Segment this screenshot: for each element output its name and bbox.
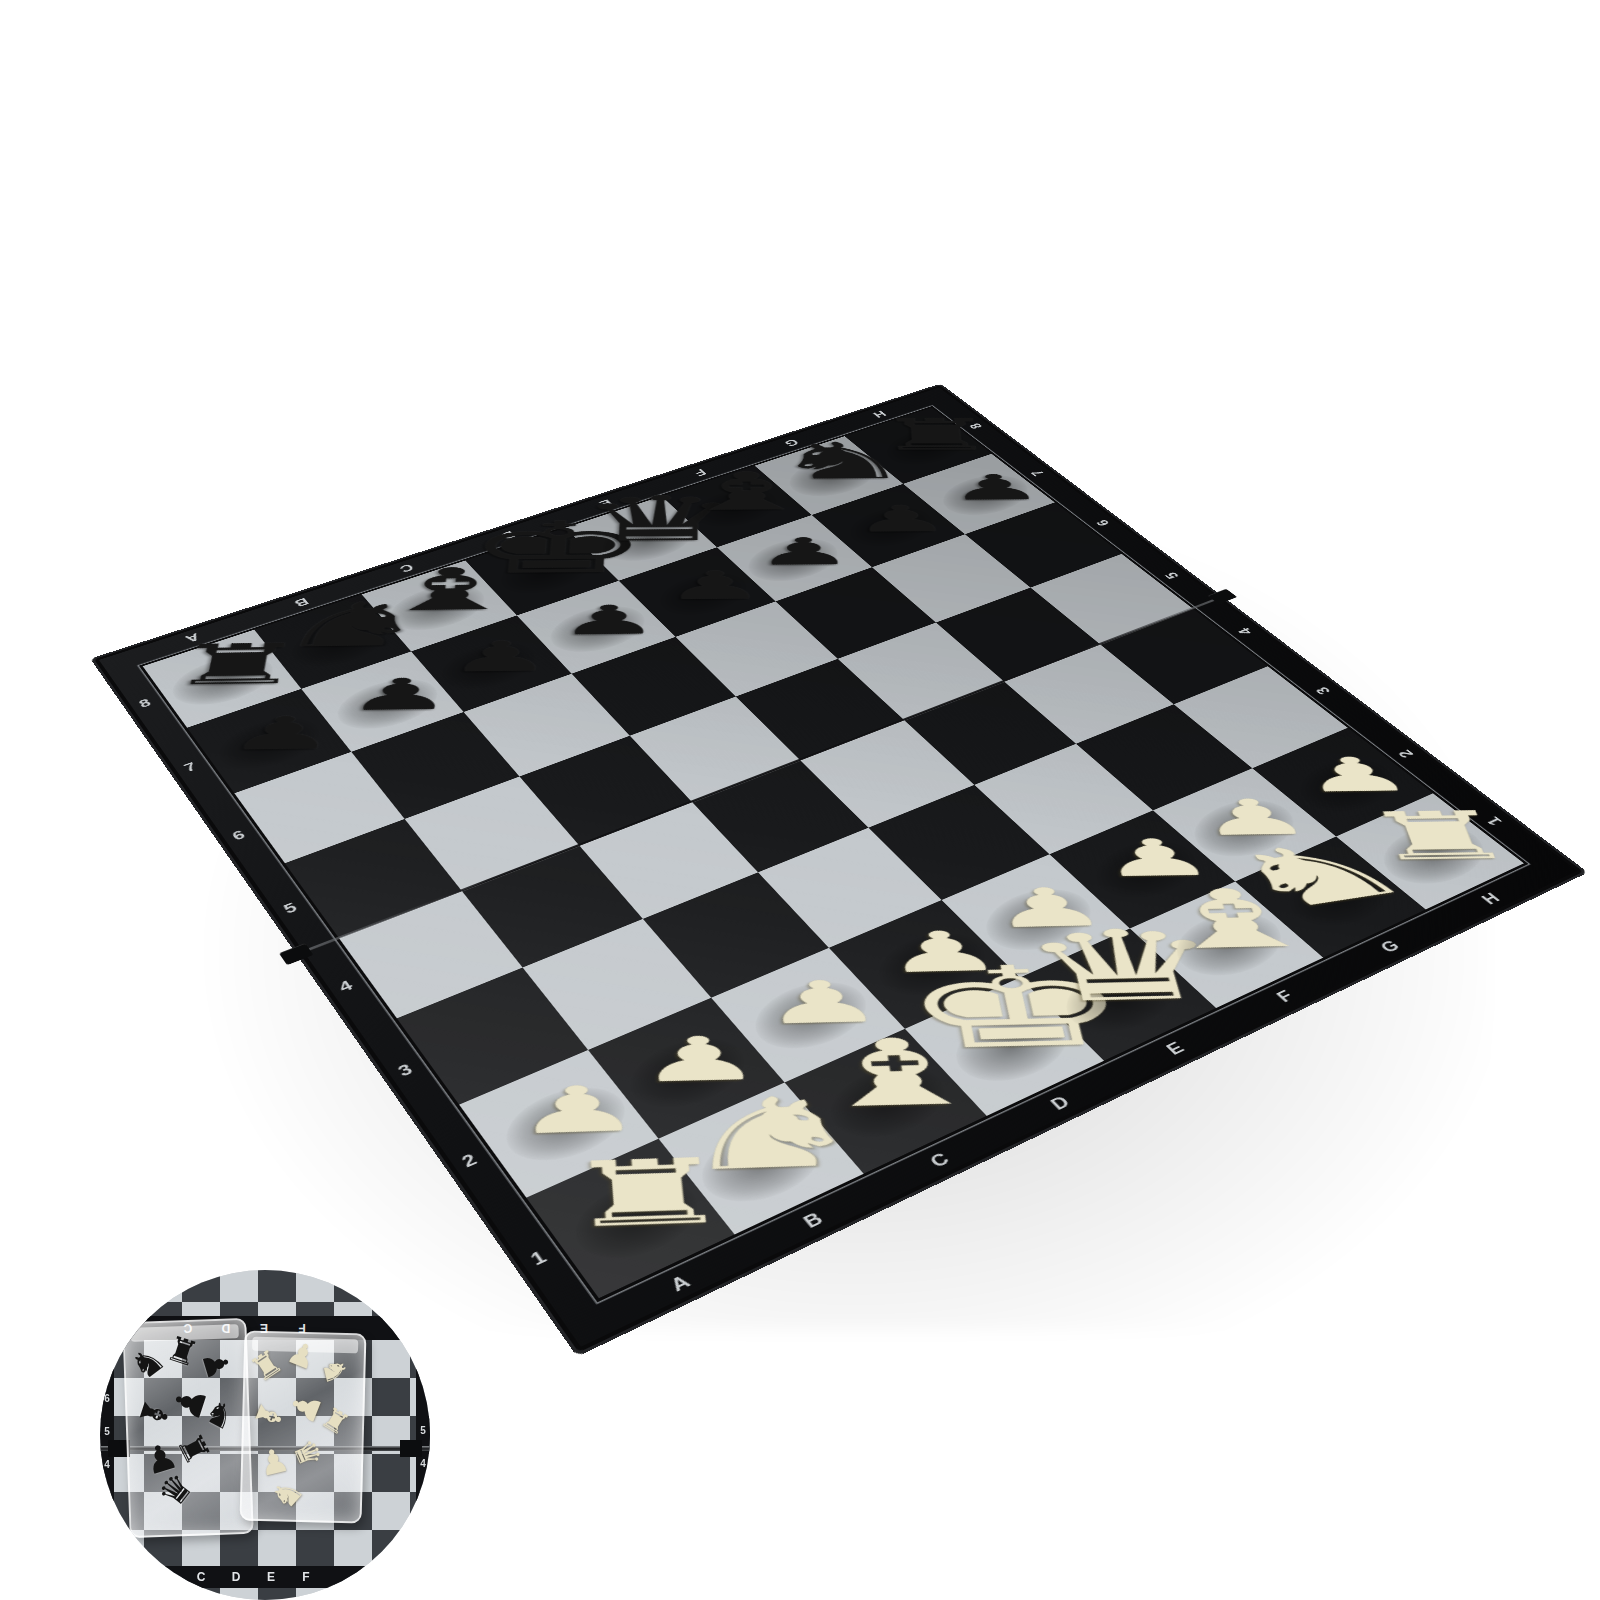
rank-label-left-7: 7 bbox=[181, 759, 200, 774]
bagged-piece-white: ♛ bbox=[287, 1435, 327, 1473]
piece-black-pawn-g7: ♟ bbox=[851, 501, 951, 538]
rank-label-left-4: 4 bbox=[335, 977, 357, 996]
file-label-bottom-G: G bbox=[1376, 936, 1405, 956]
file-label-bottom-H: H bbox=[1477, 889, 1505, 908]
bagged-piece-black: ♜ bbox=[172, 1428, 216, 1471]
inset-photo: CDEFBCDEF6543543 ♞♜♟♝♟♞♟♜♛ ♜♟♞♝♟♜♟♛♞ bbox=[100, 1270, 430, 1600]
inset-left-number-5: 5 bbox=[104, 1426, 110, 1437]
file-label-bottom-D: D bbox=[1046, 1092, 1075, 1114]
file-label-bottom-F: F bbox=[1272, 986, 1299, 1005]
rank-label-left-5: 5 bbox=[280, 899, 301, 917]
rank-label-right-6: 6 bbox=[1092, 517, 1114, 527]
inset-left-number-6: 6 bbox=[104, 1393, 110, 1404]
piece-black-pawn-f7: ♟ bbox=[754, 533, 854, 571]
rank-label-right-5: 5 bbox=[1160, 570, 1182, 581]
inset-bottom-letter-E: E bbox=[267, 1570, 275, 1584]
inset-bottom-letter-C: C bbox=[197, 1570, 206, 1584]
black-pieces-bag: ♞♜♟♝♟♞♟♜♛ bbox=[122, 1318, 253, 1538]
chess-board: 88AA77BB66CC55DD44EE33FF22GG11HH ♜♞♝♚♛♝♞… bbox=[90, 384, 1588, 1357]
piece-black-pawn-c7: ♟ bbox=[446, 635, 552, 678]
white-pieces-bag: ♜♟♞♝♟♜♟♛♞ bbox=[240, 1330, 367, 1523]
piece-black-pawn-e7: ♟ bbox=[664, 566, 765, 605]
hinge-right bbox=[1208, 589, 1238, 605]
file-label-bottom-E: E bbox=[1162, 1038, 1190, 1059]
piece-black-pawn-d7: ♟ bbox=[557, 599, 660, 641]
file-label-bottom-B: B bbox=[799, 1208, 829, 1233]
hinge-left bbox=[279, 943, 314, 965]
piece-black-rook-a8: ♜ bbox=[162, 636, 310, 693]
rank-label-left-3: 3 bbox=[394, 1060, 417, 1080]
inset-left-number-4: 4 bbox=[104, 1459, 110, 1470]
rank-label-left-2: 2 bbox=[458, 1149, 482, 1171]
inset-right-number-4: 4 bbox=[420, 1458, 426, 1469]
rank-label-left-1: 1 bbox=[526, 1246, 551, 1270]
piece-black-pawn-a7: ♟ bbox=[224, 710, 340, 757]
piece-black-pawn-h7: ♟ bbox=[945, 470, 1045, 505]
inset-bottom-letter-F: F bbox=[302, 1570, 309, 1584]
rank-label-right-3: 3 bbox=[1311, 684, 1335, 696]
rank-label-right-4: 4 bbox=[1233, 625, 1256, 637]
piece-black-pawn-b7: ♟ bbox=[344, 672, 455, 717]
bagged-piece-black: ♟ bbox=[197, 1347, 236, 1384]
rank-label-left-8: 8 bbox=[136, 696, 154, 710]
rank-label-left-6: 6 bbox=[229, 827, 249, 843]
inset-bottom-letter-D: D bbox=[232, 1570, 241, 1584]
file-label-bottom-A: A bbox=[666, 1270, 696, 1296]
file-label-bottom-C: C bbox=[925, 1148, 954, 1171]
inset-hinge-right bbox=[400, 1440, 422, 1457]
inset-right-number-5: 5 bbox=[420, 1425, 426, 1436]
bagged-piece-white: ♞ bbox=[317, 1355, 351, 1387]
